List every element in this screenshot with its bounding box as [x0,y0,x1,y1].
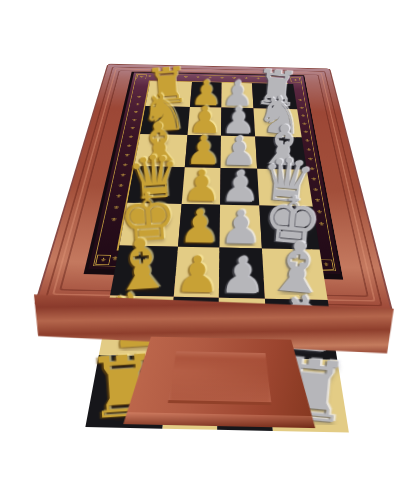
square: ♜ [145,81,191,107]
piece-silver-rook: ♜ [252,62,300,114]
square: ♟ [221,108,255,137]
square: ♝ [255,136,307,169]
chess-board: ♜♟♟♜♞♟♟♞♝♟♟♝♛♟♟♛♚♟♟♚♝♟♟♝♞♟♟♞♜♟♟♜ [117,80,314,254]
tabletop-scene: ⚜ ⚜ ⚜ ⚜ ⚜ ⚜ ⚜ ⚜ ⚜ ⚜ ⚜ ⚜ ⚜ ⚜ ⚜ ⚜ ⚜ ⚜ ⚜ ⚜ … [34,64,394,314]
piece-silver-pawn: ♟ [220,204,263,251]
piece-gold-pawn: ♟ [185,130,222,171]
square: ♞ [140,106,189,135]
table-top-frame: ⚜ ⚜ ⚜ ⚜ ⚜ ⚜ ⚜ ⚜ ⚜ ⚜ ⚜ ⚜ ⚜ ⚜ ⚜ ⚜ ⚜ ⚜ ⚜ ⚜ … [34,64,394,314]
square: ♟ [220,205,262,249]
square: ♝ [134,134,187,167]
pedestal-base [123,336,317,428]
piece-gold-pawn: ♟ [178,203,221,250]
pedestal-recess-panel [168,351,273,405]
piece-silver-pawn: ♟ [221,131,258,172]
square: ♞ [253,108,302,137]
piece-gold-rook: ♜ [144,60,191,111]
product-photo: ⚜ ⚜ ⚜ ⚜ ⚜ ⚜ ⚜ ⚜ ⚜ ⚜ ⚜ ⚜ ⚜ ⚜ ⚜ ⚜ ⚜ ⚜ ⚜ ⚜ … [0,0,400,480]
board-border-panel: ⚜ ⚜ ⚜ ⚜ ⚜ ⚜ ⚜ ⚜ ⚜ ⚜ ⚜ ⚜ ⚜ ⚜ ⚜ ⚜ ⚜ ⚜ ⚜ ⚜ … [89,72,341,274]
square: ♟ [187,107,221,136]
chess-table: ⚜ ⚜ ⚜ ⚜ ⚜ ⚜ ⚜ ⚜ ⚜ ⚜ ⚜ ⚜ ⚜ ⚜ ⚜ ⚜ ⚜ ⚜ ⚜ ⚜ … [0,0,400,480]
square: ♟ [178,204,221,248]
square: ♟ [184,135,221,168]
square: ♚ [259,206,320,250]
square: ♟ [190,82,222,108]
square: ♟ [221,83,253,109]
square: ♜ [252,83,298,109]
square: ♚ [119,203,181,247]
square: ♟ [221,136,257,169]
